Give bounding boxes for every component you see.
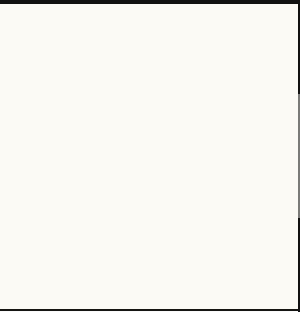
newspaper-page-background (0, 0, 300, 312)
right-border-rule (298, 0, 300, 312)
bottom-border-rule (0, 309, 300, 311)
top-border-rule (0, 0, 300, 4)
chess-board (0, 8, 300, 312)
